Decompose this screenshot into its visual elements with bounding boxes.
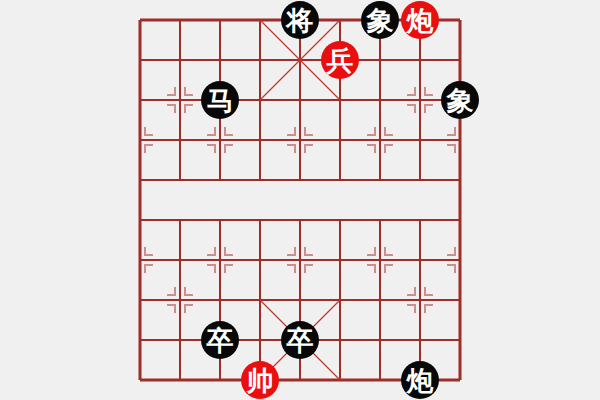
piece-red-cannon[interactable]: 炮	[401, 1, 439, 39]
xiangqi-board: 将象炮兵马象卒卒帅炮	[140, 20, 460, 380]
piece-black-soldier-1[interactable]: 卒	[201, 321, 239, 359]
piece-black-horse[interactable]: 马	[201, 81, 239, 119]
piece-red-soldier[interactable]: 兵	[321, 41, 359, 79]
piece-black-general[interactable]: 将	[281, 1, 319, 39]
xiangqi-app-screen: 将象炮兵马象卒卒帅炮	[0, 0, 600, 400]
piece-black-elephant-1[interactable]: 象	[361, 1, 399, 39]
piece-red-general[interactable]: 帅	[241, 361, 279, 399]
piece-black-soldier-2[interactable]: 卒	[281, 321, 319, 359]
piece-black-cannon[interactable]: 炮	[401, 361, 439, 399]
piece-black-elephant-2[interactable]: 象	[441, 81, 479, 119]
